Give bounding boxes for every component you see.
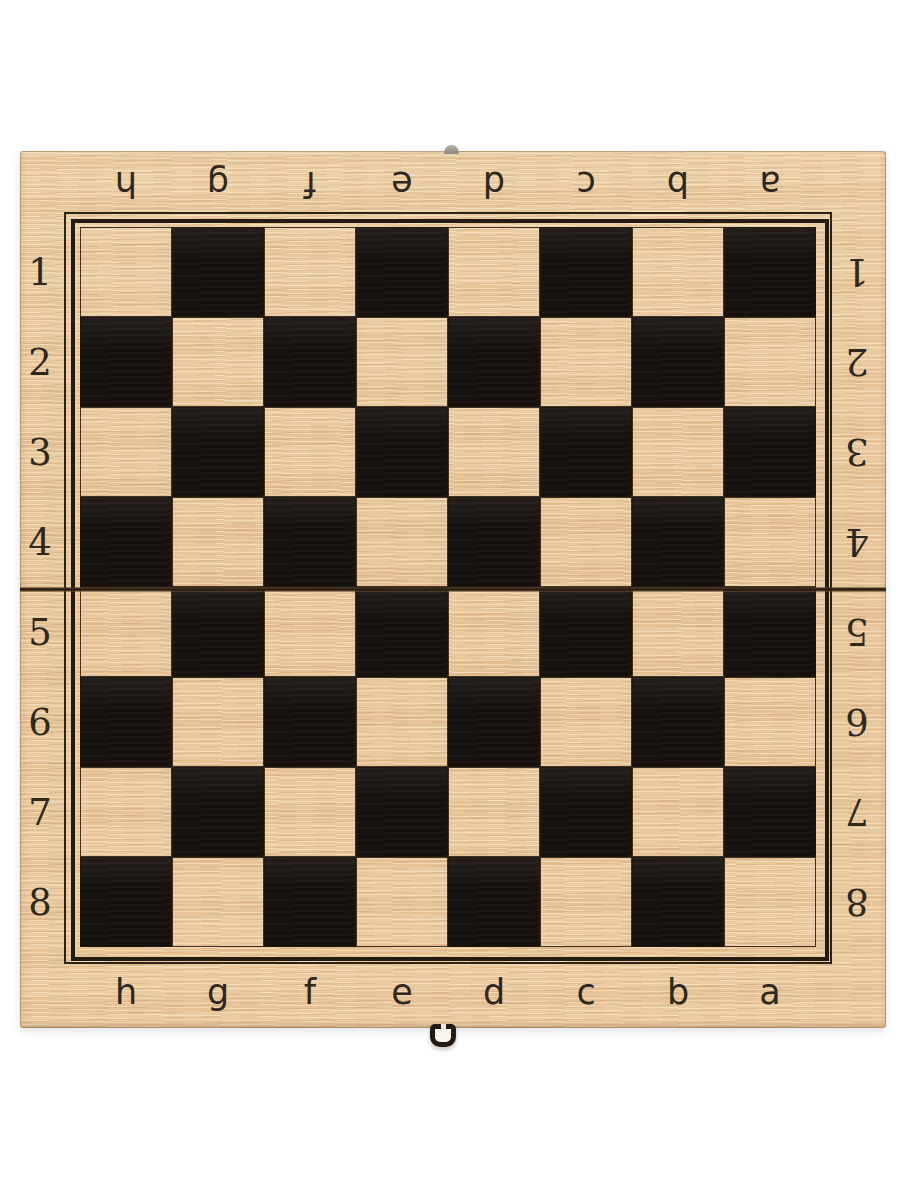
square-b7[interactable] — [632, 767, 724, 857]
chessboard-box: hgfedcba 12345678 12345678 hgfedcba — [20, 151, 886, 1028]
square-g6[interactable] — [172, 677, 264, 767]
square-a4[interactable] — [724, 497, 816, 587]
square-b5[interactable] — [632, 587, 724, 677]
square-h5[interactable] — [80, 587, 172, 677]
square-h4[interactable] — [80, 497, 172, 587]
rank-left-label-4: 4 — [21, 497, 59, 587]
file-bottom-label-f: f — [264, 969, 356, 1015]
square-d2[interactable] — [448, 317, 540, 407]
file-bottom-label-c: c — [540, 969, 632, 1015]
square-d5[interactable] — [448, 587, 540, 677]
square-g3[interactable] — [172, 407, 264, 497]
square-a8[interactable] — [724, 857, 816, 947]
square-d8[interactable] — [448, 857, 540, 947]
square-g1[interactable] — [172, 227, 264, 317]
rank-left-label-5: 5 — [21, 587, 59, 677]
square-e7[interactable] — [356, 767, 448, 857]
rank-left-label-2: 2 — [21, 317, 59, 407]
square-f7[interactable] — [264, 767, 356, 857]
square-a1[interactable] — [724, 227, 816, 317]
rank-right-label-8: 8 — [837, 857, 877, 947]
square-e5[interactable] — [356, 587, 448, 677]
square-d1[interactable] — [448, 227, 540, 317]
square-a6[interactable] — [724, 677, 816, 767]
square-f5[interactable] — [264, 587, 356, 677]
square-c7[interactable] — [540, 767, 632, 857]
file-bottom-label-e: e — [356, 969, 448, 1015]
rank-left-label-7: 7 — [21, 767, 59, 857]
square-d4[interactable] — [448, 497, 540, 587]
file-top-label-a: a — [724, 161, 816, 207]
square-h1[interactable] — [80, 227, 172, 317]
square-d3[interactable] — [448, 407, 540, 497]
rank-right-label-5: 5 — [837, 587, 877, 677]
square-f8[interactable] — [264, 857, 356, 947]
rank-right-label-4: 4 — [837, 497, 877, 587]
square-h8[interactable] — [80, 857, 172, 947]
rank-left-label-6: 6 — [21, 677, 59, 767]
file-top-label-d: d — [448, 161, 540, 207]
square-g4[interactable] — [172, 497, 264, 587]
square-a3[interactable] — [724, 407, 816, 497]
file-top-label-g: g — [172, 161, 264, 207]
square-e2[interactable] — [356, 317, 448, 407]
file-top-label-c: c — [540, 161, 632, 207]
square-d7[interactable] — [448, 767, 540, 857]
square-b4[interactable] — [632, 497, 724, 587]
rank-right-label-7: 7 — [837, 767, 877, 857]
square-h7[interactable] — [80, 767, 172, 857]
clasp-latch-icon — [430, 1024, 456, 1047]
square-b8[interactable] — [632, 857, 724, 947]
square-f6[interactable] — [264, 677, 356, 767]
rank-left-label-3: 3 — [21, 407, 59, 497]
square-b2[interactable] — [632, 317, 724, 407]
rank-right-label-1: 1 — [837, 227, 877, 317]
file-top-label-b: b — [632, 161, 724, 207]
square-g2[interactable] — [172, 317, 264, 407]
file-top-label-e: e — [356, 161, 448, 207]
file-labels-top: hgfedcba — [80, 161, 816, 207]
file-bottom-label-b: b — [632, 969, 724, 1015]
square-b1[interactable] — [632, 227, 724, 317]
square-d6[interactable] — [448, 677, 540, 767]
square-e6[interactable] — [356, 677, 448, 767]
clasp-knob-icon — [444, 145, 459, 154]
latch-notch — [441, 1024, 446, 1030]
file-bottom-label-h: h — [80, 969, 172, 1015]
rank-right-label-3: 3 — [837, 407, 877, 497]
square-g7[interactable] — [172, 767, 264, 857]
rank-left-label-1: 1 — [21, 227, 59, 317]
fold-seam — [20, 587, 886, 592]
file-bottom-label-g: g — [172, 969, 264, 1015]
square-b3[interactable] — [632, 407, 724, 497]
square-h6[interactable] — [80, 677, 172, 767]
square-a2[interactable] — [724, 317, 816, 407]
square-g8[interactable] — [172, 857, 264, 947]
file-bottom-label-a: a — [724, 969, 816, 1015]
square-c4[interactable] — [540, 497, 632, 587]
square-e4[interactable] — [356, 497, 448, 587]
square-b6[interactable] — [632, 677, 724, 767]
file-top-label-h: h — [80, 161, 172, 207]
square-f1[interactable] — [264, 227, 356, 317]
photo-background: hgfedcba 12345678 12345678 hgfedcba — [0, 0, 900, 1200]
square-a5[interactable] — [724, 587, 816, 677]
rank-right-label-2: 2 — [837, 317, 877, 407]
square-c6[interactable] — [540, 677, 632, 767]
square-f3[interactable] — [264, 407, 356, 497]
square-a7[interactable] — [724, 767, 816, 857]
square-g5[interactable] — [172, 587, 264, 677]
square-c8[interactable] — [540, 857, 632, 947]
square-f4[interactable] — [264, 497, 356, 587]
square-e1[interactable] — [356, 227, 448, 317]
file-labels-bottom: hgfedcba — [80, 969, 816, 1015]
square-c3[interactable] — [540, 407, 632, 497]
square-c5[interactable] — [540, 587, 632, 677]
square-c2[interactable] — [540, 317, 632, 407]
square-h2[interactable] — [80, 317, 172, 407]
rank-right-label-6: 6 — [837, 677, 877, 767]
rank-left-label-8: 8 — [21, 857, 59, 947]
square-c1[interactable] — [540, 227, 632, 317]
file-top-label-f: f — [264, 161, 356, 207]
square-h3[interactable] — [80, 407, 172, 497]
square-e3[interactable] — [356, 407, 448, 497]
file-bottom-label-d: d — [448, 969, 540, 1015]
square-f2[interactable] — [264, 317, 356, 407]
square-e8[interactable] — [356, 857, 448, 947]
